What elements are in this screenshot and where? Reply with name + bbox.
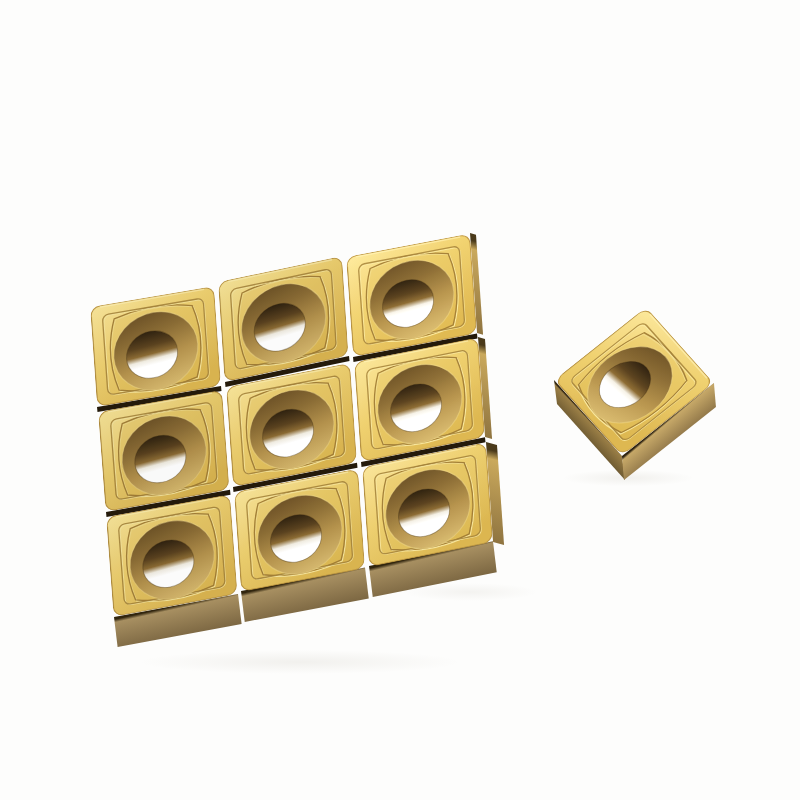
soft-shadow: [85, 646, 515, 678]
insert-top-face: [90, 286, 221, 407]
insert-face-art: [554, 307, 714, 456]
insert-face-art: [90, 286, 221, 407]
product-photo-canvas: [0, 0, 800, 800]
insert-top-face: [554, 307, 714, 456]
